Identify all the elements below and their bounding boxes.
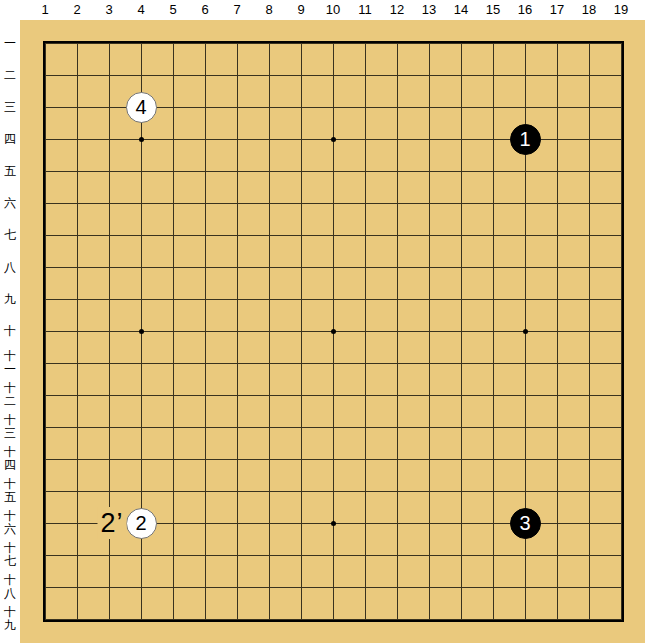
column-label-12: 12 xyxy=(381,0,413,20)
row-label-3: 三 xyxy=(0,92,20,122)
star-point xyxy=(139,329,144,334)
row-label-14: 十四 xyxy=(0,444,20,474)
column-label-16: 16 xyxy=(509,0,541,20)
row-label-12: 十二 xyxy=(0,380,20,410)
star-point xyxy=(331,521,336,526)
row-label-16: 十六 xyxy=(0,508,20,538)
row-label-11: 十一 xyxy=(0,348,20,378)
row-label-6: 六 xyxy=(0,188,20,218)
column-label-7: 7 xyxy=(221,0,253,20)
column-label-3: 3 xyxy=(93,0,125,20)
row-label-8: 八 xyxy=(0,252,20,282)
board-grid[interactable]: 1234 xyxy=(29,27,637,635)
row-label-4: 四 xyxy=(0,124,20,154)
row-label-1: 一 xyxy=(0,28,20,58)
row-label-19: 十九 xyxy=(0,604,20,634)
stone-black-1[interactable]: 1 xyxy=(510,124,541,155)
goban[interactable]: 1234 2’ xyxy=(20,20,645,643)
row-label-5: 五 xyxy=(0,156,20,186)
column-label-14: 14 xyxy=(445,0,477,20)
row-label-15: 十五 xyxy=(0,476,20,506)
column-label-2: 2 xyxy=(61,0,93,20)
column-label-15: 15 xyxy=(477,0,509,20)
go-diagram: 12345678910111213141516171819 一二三四五六七八九十… xyxy=(0,0,645,643)
row-label-13: 十三 xyxy=(0,412,20,442)
move-annotation: 2’ xyxy=(97,507,126,539)
column-label-18: 18 xyxy=(573,0,605,20)
star-point xyxy=(139,137,144,142)
column-label-13: 13 xyxy=(413,0,445,20)
stone-white-4[interactable]: 4 xyxy=(126,92,157,123)
row-label-7: 七 xyxy=(0,220,20,250)
column-label-1: 1 xyxy=(29,0,61,20)
star-point xyxy=(331,329,336,334)
row-label-2: 二 xyxy=(0,60,20,90)
column-label-6: 6 xyxy=(189,0,221,20)
row-label-18: 十八 xyxy=(0,572,20,602)
row-label-9: 九 xyxy=(0,284,20,314)
row-label-17: 十七 xyxy=(0,540,20,570)
column-label-17: 17 xyxy=(541,0,573,20)
column-label-8: 8 xyxy=(253,0,285,20)
stone-black-3[interactable]: 3 xyxy=(510,508,541,539)
column-label-4: 4 xyxy=(125,0,157,20)
column-label-11: 11 xyxy=(349,0,381,20)
row-label-10: 十 xyxy=(0,316,20,346)
column-label-5: 5 xyxy=(157,0,189,20)
star-point xyxy=(331,137,336,142)
column-label-9: 9 xyxy=(285,0,317,20)
column-label-10: 10 xyxy=(317,0,349,20)
column-label-19: 19 xyxy=(605,0,637,20)
stone-white-2[interactable]: 2 xyxy=(126,508,157,539)
star-point xyxy=(523,329,528,334)
